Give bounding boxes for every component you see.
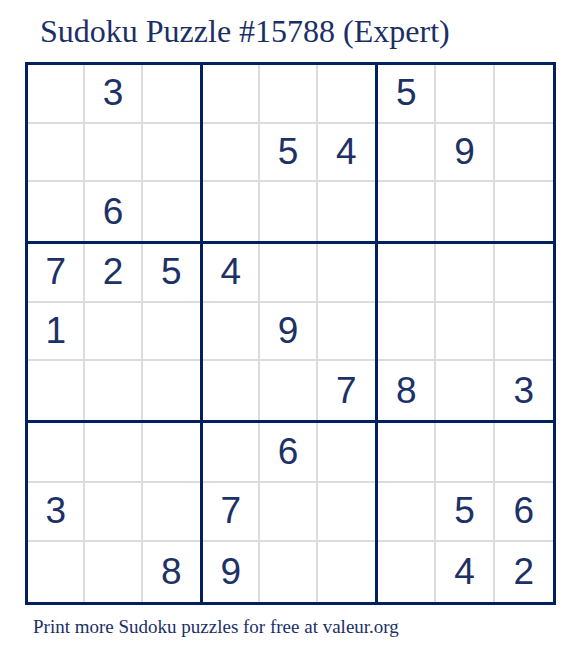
- cell-r5c6[interactable]: [318, 303, 375, 362]
- cell-r7c9[interactable]: [495, 423, 553, 483]
- cell-r9c2[interactable]: [85, 542, 142, 602]
- cell-r8c9[interactable]: 6: [495, 483, 553, 543]
- cell-r5c4[interactable]: [203, 303, 260, 362]
- cell-r2c8[interactable]: 9: [436, 124, 494, 183]
- cell-r6c4[interactable]: [203, 361, 260, 420]
- cell-r6c7[interactable]: 8: [378, 361, 436, 420]
- cell-r7c4[interactable]: [203, 423, 260, 483]
- cell-r4c6[interactable]: [318, 244, 375, 303]
- cell-r1c1[interactable]: [28, 65, 85, 124]
- cell-r4c2[interactable]: 2: [85, 244, 142, 303]
- cell-r5c8[interactable]: [436, 303, 494, 362]
- cell-r3c6[interactable]: [318, 182, 375, 241]
- cell-r2c5[interactable]: 5: [260, 124, 317, 183]
- cell-r2c9[interactable]: [495, 124, 553, 183]
- box-r1c2: 54: [203, 65, 378, 244]
- cell-r1c4[interactable]: [203, 65, 260, 124]
- cell-r8c4[interactable]: 7: [203, 483, 260, 543]
- cell-r3c7[interactable]: [378, 182, 436, 241]
- cell-r8c6[interactable]: [318, 483, 375, 543]
- cell-r8c5[interactable]: [260, 483, 317, 543]
- cell-r4c9[interactable]: [495, 244, 553, 303]
- cell-r3c8[interactable]: [436, 182, 494, 241]
- cell-r9c5[interactable]: [260, 542, 317, 602]
- cell-r5c9[interactable]: [495, 303, 553, 362]
- cell-r3c2[interactable]: 6: [85, 182, 142, 241]
- cell-r9c4[interactable]: 9: [203, 542, 260, 602]
- cell-r9c7[interactable]: [378, 542, 436, 602]
- cell-r9c8[interactable]: 4: [436, 542, 494, 602]
- cell-r8c3[interactable]: [143, 483, 200, 543]
- cell-r3c5[interactable]: [260, 182, 317, 241]
- cell-r5c3[interactable]: [143, 303, 200, 362]
- cell-r6c1[interactable]: [28, 361, 85, 420]
- cell-r1c3[interactable]: [143, 65, 200, 124]
- cell-r1c9[interactable]: [495, 65, 553, 124]
- box-r1c3: 59: [378, 65, 553, 244]
- cell-r7c7[interactable]: [378, 423, 436, 483]
- cell-r5c5[interactable]: 9: [260, 303, 317, 362]
- cell-r7c8[interactable]: [436, 423, 494, 483]
- cell-r4c8[interactable]: [436, 244, 494, 303]
- cell-r9c3[interactable]: 8: [143, 542, 200, 602]
- cell-r3c9[interactable]: [495, 182, 553, 241]
- cell-r6c9[interactable]: 3: [495, 361, 553, 420]
- box-r2c1: 7251: [28, 244, 203, 423]
- cell-r6c6[interactable]: 7: [318, 361, 375, 420]
- box-r2c3: 83: [378, 244, 553, 423]
- cell-r2c2[interactable]: [85, 124, 142, 183]
- cell-r7c5[interactable]: 6: [260, 423, 317, 483]
- cell-r9c9[interactable]: 2: [495, 542, 553, 602]
- cell-r5c2[interactable]: [85, 303, 142, 362]
- cell-r5c7[interactable]: [378, 303, 436, 362]
- cell-r7c6[interactable]: [318, 423, 375, 483]
- cell-r4c5[interactable]: [260, 244, 317, 303]
- cell-r2c6[interactable]: 4: [318, 124, 375, 183]
- cell-r7c2[interactable]: [85, 423, 142, 483]
- cell-r2c7[interactable]: [378, 124, 436, 183]
- box-r2c2: 497: [203, 244, 378, 423]
- cell-r3c1[interactable]: [28, 182, 85, 241]
- sudoku-board: 365459725149783386795642: [25, 62, 556, 605]
- cell-r8c1[interactable]: 3: [28, 483, 85, 543]
- cell-r1c5[interactable]: [260, 65, 317, 124]
- cell-r1c7[interactable]: 5: [378, 65, 436, 124]
- cell-r8c8[interactable]: 5: [436, 483, 494, 543]
- cell-r7c3[interactable]: [143, 423, 200, 483]
- page-title: Sudoku Puzzle #15788 (Expert): [40, 12, 450, 50]
- cell-r1c8[interactable]: [436, 65, 494, 124]
- box-r3c3: 5642: [378, 423, 553, 602]
- cell-r2c4[interactable]: [203, 124, 260, 183]
- cell-r4c1[interactable]: 7: [28, 244, 85, 303]
- cell-r1c2[interactable]: 3: [85, 65, 142, 124]
- cell-r9c1[interactable]: [28, 542, 85, 602]
- cell-r4c4[interactable]: 4: [203, 244, 260, 303]
- cell-r5c1[interactable]: 1: [28, 303, 85, 362]
- box-r1c1: 36: [28, 65, 203, 244]
- cell-r9c6[interactable]: [318, 542, 375, 602]
- cell-r2c1[interactable]: [28, 124, 85, 183]
- cell-r7c1[interactable]: [28, 423, 85, 483]
- cell-r8c7[interactable]: [378, 483, 436, 543]
- cell-r3c3[interactable]: [143, 182, 200, 241]
- cell-r6c5[interactable]: [260, 361, 317, 420]
- cell-r4c3[interactable]: 5: [143, 244, 200, 303]
- cell-r1c6[interactable]: [318, 65, 375, 124]
- cell-r4c7[interactable]: [378, 244, 436, 303]
- cell-r2c3[interactable]: [143, 124, 200, 183]
- cell-r6c3[interactable]: [143, 361, 200, 420]
- cell-r3c4[interactable]: [203, 182, 260, 241]
- footer-text: Print more Sudoku puzzles for free at va…: [33, 615, 399, 639]
- cell-r6c8[interactable]: [436, 361, 494, 420]
- box-r3c2: 679: [203, 423, 378, 602]
- cell-r6c2[interactable]: [85, 361, 142, 420]
- box-r3c1: 38: [28, 423, 203, 602]
- cell-r8c2[interactable]: [85, 483, 142, 543]
